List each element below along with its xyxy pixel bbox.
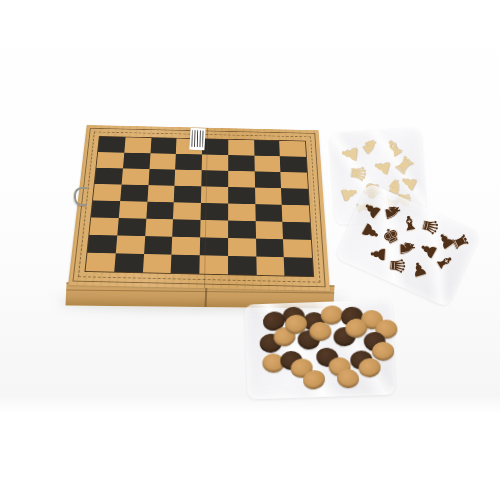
square-h2: [283, 239, 312, 258]
square-a7: [96, 152, 124, 168]
square-b3: [117, 218, 146, 236]
square-g5: [255, 188, 282, 205]
square-a3: [89, 217, 118, 235]
square-a2: [87, 235, 117, 254]
square-b4: [119, 201, 147, 219]
square-d4: [173, 202, 201, 220]
barcode-stripes: [191, 130, 204, 147]
square-d3: [172, 219, 200, 237]
square-a8: [98, 137, 125, 153]
square-a4: [91, 200, 120, 218]
square-c8: [150, 138, 177, 154]
square-h1: [284, 257, 313, 276]
square-a1: [86, 253, 116, 272]
square-b1: [114, 253, 144, 272]
square-f8: [228, 140, 254, 156]
square-g3: [255, 221, 283, 239]
square-f3: [228, 221, 256, 239]
light-draughts-disc: [336, 368, 359, 388]
chess-set-product-photo: ♟♞♝♛♟♜♟♚♞♟♝♟♛ ♟♞♝♛♟♜♟♚♞♟♝♟♛♟: [0, 0, 500, 500]
square-g8: [254, 140, 280, 156]
square-a6: [95, 168, 123, 185]
square-g2: [256, 239, 284, 258]
chessboard-wrap: [68, 88, 330, 288]
fold-seam: [205, 285, 208, 307]
square-c2: [144, 236, 173, 255]
square-d7: [175, 154, 202, 170]
bagged-chess-piece: ♟: [409, 259, 429, 281]
square-f2: [228, 238, 256, 257]
bagged-chess-piece: ♞: [358, 134, 383, 159]
playing-field-border: [84, 136, 314, 277]
square-f5: [228, 187, 255, 204]
square-h8: [279, 141, 306, 157]
square-f4: [228, 204, 255, 222]
chessboard: [68, 125, 330, 291]
square-h7: [280, 156, 307, 172]
metal-clasp-icon: [74, 187, 87, 206]
bagged-chess-piece: ♛: [387, 256, 408, 275]
square-h6: [281, 172, 308, 189]
square-g7: [254, 156, 281, 172]
square-h5: [281, 188, 309, 205]
square-f6: [228, 171, 255, 188]
square-h4: [282, 205, 310, 223]
square-c4: [146, 202, 174, 220]
light-draughts-disc: [309, 322, 331, 341]
square-d5: [174, 186, 201, 203]
light-draughts-disc: [358, 357, 382, 379]
square-h3: [283, 222, 311, 240]
square-c1: [142, 254, 171, 273]
board-grid: [86, 137, 314, 276]
light-draughts-disc: [372, 342, 394, 361]
square-b7: [123, 153, 150, 169]
square-c5: [147, 185, 175, 202]
bagged-chess-piece: ♟: [338, 144, 360, 164]
square-g1: [256, 257, 285, 276]
square-b5: [120, 185, 148, 202]
checkers-bag: [244, 299, 395, 399]
square-b8: [124, 137, 151, 153]
square-f7: [228, 155, 254, 171]
square-b6: [121, 168, 149, 185]
square-c3: [145, 219, 173, 237]
barcode-sticker: [189, 128, 206, 150]
square-c6: [148, 169, 175, 186]
square-c7: [149, 153, 176, 169]
square-d2: [172, 237, 200, 256]
square-b2: [116, 235, 145, 254]
square-g6: [254, 171, 281, 188]
square-d1: [171, 255, 200, 274]
square-d6: [175, 170, 202, 187]
square-a5: [93, 184, 121, 201]
square-f1: [228, 256, 256, 275]
bagged-chess-piece: ♛: [348, 163, 370, 183]
square-g4: [255, 204, 283, 222]
